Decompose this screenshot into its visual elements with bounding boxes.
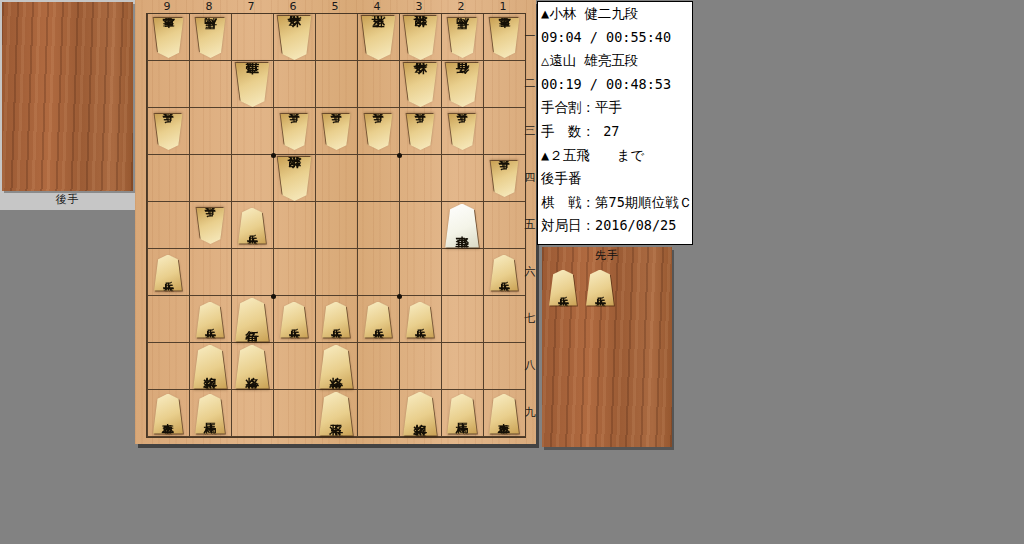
shogi-piece-金将[interactable]: 金将 [231,343,273,390]
shogi-piece-歩兵[interactable]: 歩兵 [273,108,315,155]
board-cell[interactable] [315,61,357,108]
shogi-piece-歩兵[interactable]: 歩兵 [399,108,441,155]
board-cell[interactable] [273,202,315,249]
koma-face: 歩兵 [490,255,519,291]
shogi-piece-玉将[interactable]: 玉将 [315,390,357,437]
rank-label: 三 [524,107,536,154]
koma-shape: 金将 [277,16,312,60]
hand-piece-歩兵[interactable]: 歩兵 [584,268,616,307]
koma-face: 銀将 [403,392,438,436]
gote-hand-label: 後手 [0,193,135,207]
board-cell[interactable] [357,343,399,390]
koma-face: 歩兵 [154,114,183,150]
board-cell[interactable] [399,249,441,296]
koma-shape: 飛車 [235,63,270,107]
board-cell[interactable] [441,343,483,390]
shogi-piece-桂馬[interactable]: 桂馬 [189,14,231,61]
koma-face: 歩兵 [586,270,615,306]
info-line: 手 数： 27 [538,120,692,144]
koma-shape: 銀将 [277,157,312,201]
shogi-piece-香車[interactable]: 香車 [483,14,525,61]
koma-face: 飛車 [235,63,270,107]
board-cell[interactable] [357,202,399,249]
hand-piece-歩兵[interactable]: 歩兵 [547,268,579,307]
file-label: 3 [398,0,440,13]
koma-face: 歩兵 [196,208,225,244]
koma-shape: 香車 [153,18,184,58]
shogi-piece-飛車[interactable]: 飛車 [231,61,273,108]
koma-face: 桂馬 [195,394,226,434]
koma-face: 金将 [403,63,438,107]
board-cell[interactable] [189,61,231,108]
koma-face: 歩兵 [280,114,309,150]
file-labels: 987654321 [146,0,524,13]
koma-shape: 歩兵 [364,302,393,338]
shogi-piece-飛車[interactable]: 飛車 [441,202,483,249]
info-line: ▲小林 健二九段 [538,2,692,26]
board-cell[interactable] [231,155,273,202]
shogi-piece-桂馬[interactable]: 桂馬 [189,390,231,437]
rank-label: 九 [524,389,536,436]
info-line: 対局日：2016/08/25 [538,214,692,238]
board-cell[interactable] [483,343,525,390]
file-label: 8 [188,0,230,13]
koma-shape: 金将 [319,345,354,389]
board-cell[interactable] [483,61,525,108]
board-cell[interactable] [399,155,441,202]
board-cell[interactable] [189,108,231,155]
shogi-piece-歩兵[interactable]: 歩兵 [147,249,189,296]
board-cell[interactable] [273,343,315,390]
koma-shape: 歩兵 [406,302,435,338]
koma-face: 角行 [235,298,270,342]
board-cell[interactable] [147,296,189,343]
shogi-piece-歩兵[interactable]: 歩兵 [273,296,315,343]
board-cell[interactable] [357,155,399,202]
board-cell[interactable] [189,249,231,296]
shogi-piece-金将[interactable]: 金将 [315,343,357,390]
shogi-piece-王将[interactable]: 王将 [357,14,399,61]
gote-hand-tray[interactable] [2,2,133,191]
board-cell[interactable] [231,390,273,437]
board-cell[interactable] [315,202,357,249]
shogi-piece-銀将[interactable]: 銀将 [189,343,231,390]
info-line: 09:04 / 00:55:40 [538,26,692,50]
koma-shape: 王将 [361,16,396,60]
shogi-piece-香車[interactable]: 香車 [147,14,189,61]
koma-shape: 歩兵 [154,255,183,291]
shogi-piece-桂馬[interactable]: 桂馬 [441,14,483,61]
board-cell[interactable] [147,61,189,108]
shogi-piece-歩兵[interactable]: 歩兵 [483,155,525,202]
koma-shape: 銀将 [193,345,228,389]
koma-shape: 銀将 [403,16,438,60]
board-cell[interactable] [357,390,399,437]
file-label: 7 [230,0,272,13]
koma-face: 銀将 [193,345,228,389]
board-cell[interactable] [147,155,189,202]
info-line: △遠山 雄亮五段 [538,49,692,73]
info-line: 手合割：平手 [538,96,692,120]
koma-shape: 桂馬 [447,394,478,434]
koma-face: 金将 [277,16,312,60]
sente-hand-label: 先手 [542,249,672,263]
shogi-piece-歩兵[interactable]: 歩兵 [441,108,483,155]
shogi-piece-歩兵[interactable]: 歩兵 [315,296,357,343]
koma-shape: 香車 [489,18,520,58]
board-cell[interactable] [273,61,315,108]
koma-shape: 桂馬 [447,18,478,58]
app-window: 後手 987654321 香車桂馬金将王将銀将桂馬香車飛車金将角行歩兵歩兵歩兵歩… [0,0,1024,544]
rank-label: 四 [524,154,536,201]
koma-face: 角行 [445,63,480,107]
shogi-piece-歩兵[interactable]: 歩兵 [483,249,525,296]
koma-shape: 桂馬 [195,18,226,58]
shogi-piece-香車[interactable]: 香車 [147,390,189,437]
info-line: 00:19 / 00:48:53 [538,73,692,97]
shogi-piece-歩兵[interactable]: 歩兵 [189,202,231,249]
board-cell[interactable] [147,343,189,390]
koma-face: 歩兵 [364,302,393,338]
board-cell[interactable] [231,108,273,155]
board-cell[interactable] [231,14,273,61]
koma-face: 香車 [153,18,184,58]
board-cell[interactable] [357,249,399,296]
koma-face: 歩兵 [549,270,578,306]
sente-hand-pieces: 歩兵歩兵 [547,268,616,307]
board-cell[interactable] [315,155,357,202]
koma-face: 香車 [489,394,520,434]
koma-shape: 歩兵 [364,114,393,150]
koma-face: 歩兵 [154,255,183,291]
koma-face: 銀将 [403,16,438,60]
koma-shape: 玉将 [319,392,354,436]
koma-face: 桂馬 [195,18,226,58]
rank-label: 八 [524,342,536,389]
board-cell[interactable] [483,296,525,343]
file-label: 5 [314,0,356,13]
rank-label: 二 [524,60,536,107]
koma-shape: 歩兵 [322,114,351,150]
rank-label: 一 [524,13,536,60]
board-cell[interactable] [273,390,315,437]
rank-label: 六 [524,248,536,295]
koma-shape: 銀将 [403,392,438,436]
board-cell[interactable] [483,202,525,249]
shogi-piece-金将[interactable]: 金将 [273,14,315,61]
board-cell[interactable] [189,155,231,202]
koma-shape: 香車 [489,394,520,434]
game-info-panel: ▲小林 健二九段09:04 / 00:55:40△遠山 雄亮五段00:19 / … [537,1,693,245]
koma-face: 桂馬 [447,394,478,434]
shogi-piece-角行[interactable]: 角行 [441,61,483,108]
koma-face: 香車 [153,394,184,434]
koma-face: 玉将 [319,392,354,436]
koma-face: 歩兵 [406,114,435,150]
koma-shape: 歩兵 [238,208,267,244]
koma-shape: 歩兵 [280,302,309,338]
board-cell[interactable] [315,249,357,296]
info-line: 棋 戦：第75期順位戦Ｃ級 [538,191,692,215]
shogi-piece-歩兵[interactable]: 歩兵 [357,108,399,155]
koma-shape: 角行 [235,298,270,342]
koma-shape: 歩兵 [280,114,309,150]
koma-shape: 金将 [235,345,270,389]
shogi-piece-銀将[interactable]: 銀将 [399,14,441,61]
koma-shape: 飛車 [445,204,480,248]
shogi-board: 987654321 香車桂馬金将王将銀将桂馬香車飛車金将角行歩兵歩兵歩兵歩兵歩兵… [135,0,536,444]
koma-face: 歩兵 [280,302,309,338]
koma-shape: 歩兵 [196,302,225,338]
file-label: 9 [146,0,188,13]
koma-shape: 歩兵 [448,114,477,150]
koma-shape: 歩兵 [154,114,183,150]
koma-face: 桂馬 [447,18,478,58]
shogi-piece-香車[interactable]: 香車 [483,390,525,437]
koma-shape: 金将 [403,63,438,107]
info-line: 後手番 [538,167,692,191]
koma-shape: 桂馬 [195,394,226,434]
board-cell[interactable] [273,249,315,296]
shogi-piece-桂馬[interactable]: 桂馬 [441,390,483,437]
board-cell[interactable] [483,108,525,155]
shogi-piece-歩兵[interactable]: 歩兵 [399,296,441,343]
koma-face: 歩兵 [322,302,351,338]
rank-label: 五 [524,201,536,248]
rank-label: 七 [524,295,536,342]
info-line: ▲２五飛 まで [538,144,692,168]
koma-face: 歩兵 [364,114,393,150]
shogi-piece-角行[interactable]: 角行 [231,296,273,343]
koma-face: 銀将 [277,157,312,201]
file-label: 1 [482,0,524,13]
board-cell[interactable] [147,202,189,249]
file-label: 2 [440,0,482,13]
gote-hand-panel: 後手 [0,0,135,210]
koma-face: 歩兵 [448,114,477,150]
koma-shape: 歩兵 [490,255,519,291]
board-cell[interactable] [315,14,357,61]
shogi-piece-銀将[interactable]: 銀将 [399,390,441,437]
file-label: 4 [356,0,398,13]
koma-face: 歩兵 [406,302,435,338]
shogi-piece-歩兵[interactable]: 歩兵 [189,296,231,343]
board-cell[interactable] [441,296,483,343]
koma-shape: 角行 [445,63,480,107]
koma-shape: 歩兵 [490,161,519,197]
board-cell[interactable] [441,249,483,296]
koma-shape: 歩兵 [406,114,435,150]
board-cell[interactable] [231,249,273,296]
shogi-piece-金将[interactable]: 金将 [399,61,441,108]
board-cell[interactable] [399,343,441,390]
shogi-piece-銀将[interactable]: 銀将 [273,155,315,202]
rank-labels: 一二三四五六七八九 [524,13,536,436]
shogi-piece-歩兵[interactable]: 歩兵 [315,108,357,155]
shogi-piece-歩兵[interactable]: 歩兵 [357,296,399,343]
file-label: 6 [272,0,314,13]
shogi-piece-歩兵[interactable]: 歩兵 [231,202,273,249]
koma-shape: 香車 [153,394,184,434]
koma-face: 飛車 [445,204,480,248]
koma-face: 香車 [489,18,520,58]
koma-face: 歩兵 [490,161,519,197]
koma-face: 歩兵 [322,114,351,150]
koma-face: 金将 [319,345,354,389]
koma-face: 歩兵 [238,208,267,244]
board-cell[interactable] [399,202,441,249]
koma-face: 王将 [361,16,396,60]
koma-face: 歩兵 [196,302,225,338]
koma-face: 金将 [235,345,270,389]
koma-shape: 歩兵 [196,208,225,244]
board-cell[interactable] [441,155,483,202]
board-cell[interactable] [357,61,399,108]
koma-shape: 歩兵 [322,302,351,338]
board-grid: 香車桂馬金将王将銀将桂馬香車飛車金将角行歩兵歩兵歩兵歩兵歩兵歩兵銀将歩兵歩兵歩兵… [146,13,526,438]
shogi-piece-歩兵[interactable]: 歩兵 [147,108,189,155]
